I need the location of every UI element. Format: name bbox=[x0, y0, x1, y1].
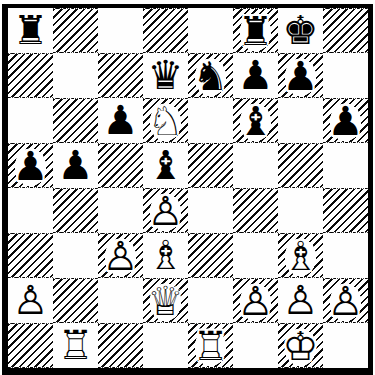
square-a2[interactable]: ♙ bbox=[8, 278, 53, 323]
black-pawn-a5: ♟ bbox=[8, 144, 53, 187]
square-b4[interactable] bbox=[53, 188, 98, 233]
square-e5[interactable] bbox=[188, 143, 233, 188]
square-e7[interactable]: ♞ bbox=[188, 53, 233, 98]
square-c3[interactable]: ♙ bbox=[98, 233, 143, 278]
black-queen-d7: ♛ bbox=[143, 53, 188, 98]
square-h3[interactable] bbox=[323, 233, 368, 278]
white-bishop-d3: ♗ bbox=[143, 233, 188, 278]
square-f7[interactable]: ♟ bbox=[233, 53, 278, 98]
white-pawn-a2: ♙ bbox=[8, 278, 53, 323]
square-c8[interactable] bbox=[98, 8, 143, 53]
white-pawn-g2: ♙ bbox=[278, 278, 323, 323]
square-h4[interactable] bbox=[323, 188, 368, 233]
square-b1[interactable]: ♖ bbox=[53, 323, 98, 368]
square-c7[interactable] bbox=[98, 53, 143, 98]
square-h6[interactable]: ♟ bbox=[323, 98, 368, 143]
square-g6[interactable] bbox=[278, 98, 323, 143]
square-b2[interactable] bbox=[53, 278, 98, 323]
square-e6[interactable] bbox=[188, 98, 233, 143]
square-f2[interactable]: ♙ bbox=[233, 278, 278, 323]
square-d6[interactable]: ♘ bbox=[143, 98, 188, 143]
square-e2[interactable] bbox=[188, 278, 233, 323]
black-pawn-f7: ♟ bbox=[233, 53, 278, 98]
white-pawn-f2: ♙ bbox=[233, 279, 278, 322]
square-e3[interactable] bbox=[188, 233, 233, 278]
square-f5[interactable] bbox=[233, 143, 278, 188]
square-f4[interactable] bbox=[233, 188, 278, 233]
white-pawn-h2: ♙ bbox=[323, 279, 368, 322]
square-f8[interactable]: ♜ bbox=[233, 8, 278, 53]
black-pawn-c6: ♟ bbox=[98, 98, 143, 143]
square-a8[interactable]: ♜ bbox=[8, 8, 53, 53]
white-queen-d2: ♕ bbox=[143, 279, 188, 322]
square-d4[interactable]: ♙ bbox=[143, 188, 188, 233]
black-pawn-h6: ♟ bbox=[323, 99, 368, 142]
square-e8[interactable] bbox=[188, 8, 233, 53]
chess-diagram-page: ♜♜♚♛♞♟♟♟♘♝♟♟♟♝♙♙♗♗♙♕♙♙♙♖♖♔ bbox=[0, 0, 375, 375]
square-c1[interactable] bbox=[98, 323, 143, 368]
square-g1[interactable]: ♔ bbox=[278, 323, 323, 368]
square-d3[interactable]: ♗ bbox=[143, 233, 188, 278]
square-e1[interactable]: ♖ bbox=[188, 323, 233, 368]
black-knight-e7: ♞ bbox=[188, 54, 233, 97]
square-b3[interactable] bbox=[53, 233, 98, 278]
square-f3[interactable] bbox=[233, 233, 278, 278]
square-h2[interactable]: ♙ bbox=[323, 278, 368, 323]
black-rook-a8: ♜ bbox=[8, 8, 53, 53]
black-bishop-f6: ♝ bbox=[233, 99, 278, 142]
square-b7[interactable] bbox=[53, 53, 98, 98]
white-king-g1: ♔ bbox=[278, 324, 323, 367]
square-d2[interactable]: ♕ bbox=[143, 278, 188, 323]
white-rook-b1: ♖ bbox=[53, 323, 98, 368]
square-d7[interactable]: ♛ bbox=[143, 53, 188, 98]
square-g5[interactable] bbox=[278, 143, 323, 188]
square-a3[interactable] bbox=[8, 233, 53, 278]
white-rook-e1: ♖ bbox=[188, 324, 233, 367]
square-b8[interactable] bbox=[53, 8, 98, 53]
black-pawn-b5: ♟ bbox=[53, 143, 98, 188]
square-g2[interactable]: ♙ bbox=[278, 278, 323, 323]
square-b5[interactable]: ♟ bbox=[53, 143, 98, 188]
square-a7[interactable] bbox=[8, 53, 53, 98]
white-pawn-c3: ♙ bbox=[98, 234, 143, 277]
square-c4[interactable] bbox=[98, 188, 143, 233]
square-a6[interactable] bbox=[8, 98, 53, 143]
square-b6[interactable] bbox=[53, 98, 98, 143]
white-knight-d6: ♘ bbox=[143, 99, 188, 142]
square-d8[interactable] bbox=[143, 8, 188, 53]
square-h7[interactable] bbox=[323, 53, 368, 98]
square-c2[interactable] bbox=[98, 278, 143, 323]
square-c5[interactable] bbox=[98, 143, 143, 188]
square-h8[interactable] bbox=[323, 8, 368, 53]
square-h5[interactable] bbox=[323, 143, 368, 188]
square-g8[interactable]: ♚ bbox=[278, 8, 323, 53]
square-g3[interactable]: ♗ bbox=[278, 233, 323, 278]
square-d1[interactable] bbox=[143, 323, 188, 368]
black-rook-f8: ♜ bbox=[233, 9, 278, 52]
square-c6[interactable]: ♟ bbox=[98, 98, 143, 143]
black-pawn-g7: ♟ bbox=[278, 54, 323, 97]
square-g7[interactable]: ♟ bbox=[278, 53, 323, 98]
square-a5[interactable]: ♟ bbox=[8, 143, 53, 188]
square-e4[interactable] bbox=[188, 188, 233, 233]
chess-board: ♜♜♚♛♞♟♟♟♘♝♟♟♟♝♙♙♗♗♙♕♙♙♙♖♖♔ bbox=[2, 4, 373, 375]
square-h1[interactable] bbox=[323, 323, 368, 368]
black-king-g8: ♚ bbox=[278, 8, 323, 53]
square-a4[interactable] bbox=[8, 188, 53, 233]
square-f1[interactable] bbox=[233, 323, 278, 368]
white-pawn-d4: ♙ bbox=[143, 189, 188, 232]
square-g4[interactable] bbox=[278, 188, 323, 233]
square-d5[interactable]: ♝ bbox=[143, 143, 188, 188]
square-f6[interactable]: ♝ bbox=[233, 98, 278, 143]
white-bishop-g3: ♗ bbox=[278, 234, 323, 277]
square-a1[interactable] bbox=[8, 323, 53, 368]
black-bishop-d5: ♝ bbox=[143, 143, 188, 188]
